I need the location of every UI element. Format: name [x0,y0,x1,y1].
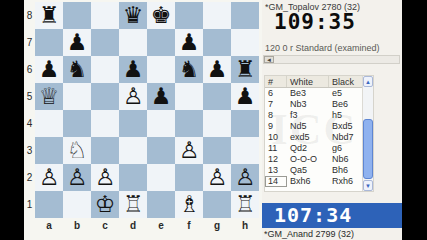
square-d3[interactable] [119,137,147,164]
piece-black-knight: ♞ [179,56,200,82]
move-number: 6 [265,88,287,99]
piece-black-king: ♚ [151,2,172,28]
rank-label-7: 7 [24,29,35,56]
file-label-a: a [35,220,63,233]
square-d1[interactable]: ♖ [119,191,147,218]
square-c4[interactable] [91,110,119,137]
file-labels: abcdefgh [35,220,259,233]
piece-black-pawn: ♟ [179,29,200,55]
move-number: 12 [265,154,287,165]
square-c1[interactable]: ♔ [91,191,119,218]
move-row-10: 10exd5Nbd7 [265,132,373,143]
piece-white-queen: ♕ [39,83,60,109]
rank-label-8: 8 [24,2,35,29]
black-player-clock: 109:35 [274,10,356,34]
black-move[interactable]: Rxh6 [329,176,363,187]
chess-client-window: 87654321 ♜♛♚♟♟♟♞♟♞♟♜♕♙♟♟♘♙♙♙♙♙♙♔♖♗♖ abcd… [0,0,427,240]
square-d7[interactable] [119,29,147,56]
square-b1[interactable] [63,191,91,218]
square-b6[interactable]: ♞ [63,56,91,83]
square-e3[interactable] [147,137,175,164]
square-a6[interactable]: ♟ [35,56,63,83]
square-h8[interactable] [231,2,259,29]
file-label-g: g [203,220,231,233]
horizontal-scrollbar[interactable]: ◄ [263,55,400,64]
file-label-d: d [119,220,147,233]
white-move[interactable]: Nb3 [287,99,329,110]
square-e1[interactable] [147,191,175,218]
square-f4[interactable] [175,110,203,137]
piece-white-pawn: ♙ [67,164,88,190]
move-rows: 6Be3e57Nb3Be68f3h59Nd5Bxd510exd5Nbd711Qd… [265,88,373,187]
square-g8[interactable] [203,2,231,29]
file-label-c: c [91,220,119,233]
white-move[interactable]: Be3 [287,88,329,99]
rank-labels: 87654321 [24,2,35,218]
black-move[interactable]: Bxd5 [329,121,363,132]
game-panel: *GM_Topalov 2780 (32) 109:35 120 0 r Sta… [262,0,402,240]
square-f5[interactable] [175,83,203,110]
white-move[interactable]: Qa5 [287,165,329,176]
rank-label-2: 2 [24,164,35,191]
piece-white-pawn: ♙ [95,164,116,190]
move-row-14: 14Bxh6Rxh6 [265,176,373,187]
piece-white-knight: ♘ [67,137,88,163]
file-label-b: b [63,220,91,233]
scrollbar-thumb[interactable] [363,119,373,179]
active-clock-bar: 107:34 [262,203,402,228]
piece-white-pawn: ♙ [39,164,60,190]
square-c3[interactable] [91,137,119,164]
square-e7[interactable] [147,29,175,56]
piece-white-rook: ♖ [235,191,256,217]
black-move[interactable]: Bh6 [329,165,363,176]
piece-white-pawn: ♙ [235,164,256,190]
square-a2[interactable]: ♙ [35,164,63,191]
black-move[interactable]: e5 [329,88,363,99]
rank-label-1: 1 [24,191,35,218]
piece-white-pawn: ♙ [123,83,144,109]
move-row-8: 8f3h5 [265,110,373,121]
move-row-11: 11Qd2g6 [265,143,373,154]
rank-label-4: 4 [24,110,35,137]
square-c2[interactable]: ♙ [91,164,119,191]
black-move[interactable]: g6 [329,143,363,154]
square-d5[interactable]: ♙ [119,83,147,110]
move-number: 10 [265,132,287,143]
square-f3[interactable]: ♙ [175,137,203,164]
chess-board: ♜♛♚♟♟♟♞♟♞♟♜♕♙♟♟♘♙♙♙♙♙♙♔♖♗♖ [35,2,259,218]
square-d8[interactable]: ♛ [119,2,147,29]
move-number: 11 [265,143,287,154]
square-g1[interactable] [203,191,231,218]
white-move[interactable]: Bxh6 [287,176,329,187]
white-move[interactable]: f3 [287,110,329,121]
move-list-scrollbar[interactable]: ▲ ▼ [362,76,373,191]
square-a3[interactable] [35,137,63,164]
square-f8[interactable] [175,2,203,29]
black-move[interactable]: h5 [329,110,363,121]
header-white: White [287,76,329,87]
square-a5[interactable]: ♕ [35,83,63,110]
square-a7[interactable] [35,29,63,56]
piece-white-king: ♔ [95,191,116,217]
piece-black-rook: ♜ [39,2,60,28]
square-h7[interactable] [231,29,259,56]
square-g3[interactable] [203,137,231,164]
square-b7[interactable]: ♟ [63,29,91,56]
scroll-left-icon[interactable]: ◄ [264,56,274,63]
square-g6[interactable]: ♟ [203,56,231,83]
square-c7[interactable] [91,29,119,56]
square-g5[interactable] [203,83,231,110]
move-row-13: 13Qa5Bh6 [265,165,373,176]
square-c5[interactable] [91,83,119,110]
black-move[interactable]: Nb6 [329,154,363,165]
black-move[interactable]: Nbd7 [329,132,363,143]
white-move[interactable]: O-O-O [287,154,329,165]
white-move[interactable]: exd5 [287,132,329,143]
piece-black-pawn: ♟ [235,83,256,109]
rank-label-6: 6 [24,56,35,83]
square-h2[interactable]: ♙ [231,164,259,191]
square-g2[interactable]: ♙ [203,164,231,191]
square-e4[interactable] [147,110,175,137]
move-row-12: 12O-O-ONb6 [265,154,373,165]
square-c8[interactable] [91,2,119,29]
move-row-9: 9Nd5Bxd5 [265,121,373,132]
move-number: 14 [265,176,287,187]
square-b8[interactable] [63,2,91,29]
square-b3[interactable]: ♘ [63,137,91,164]
header-move-number: # [265,76,287,87]
piece-white-pawn: ♙ [179,137,200,163]
square-b2[interactable]: ♙ [63,164,91,191]
white-player-label: *GM_Anand 2799 (32) [264,229,354,239]
rank-label-5: 5 [24,83,35,110]
square-e8[interactable]: ♚ [147,2,175,29]
square-g7[interactable] [203,29,231,56]
square-e5[interactable]: ♟ [147,83,175,110]
square-f2[interactable] [175,164,203,191]
board-pane: 87654321 ♜♛♚♟♟♟♞♟♞♟♜♕♙♟♟♘♙♙♙♙♙♙♔♖♗♖ abcd… [24,0,262,240]
move-number: 9 [265,121,287,132]
piece-white-rook: ♖ [123,191,144,217]
square-d6[interactable]: ♟ [119,56,147,83]
rank-label-3: 3 [24,137,35,164]
square-c6[interactable] [91,56,119,83]
square-d4[interactable] [119,110,147,137]
white-move[interactable]: Nd5 [287,121,329,132]
game-info-line: 120 0 r Standard (examined) [265,43,380,53]
white-player-clock: 107:34 [262,203,402,228]
square-e2[interactable] [147,164,175,191]
file-label-h: h [231,220,259,233]
move-number: 7 [265,99,287,110]
square-h3[interactable] [231,137,259,164]
scroll-down-icon[interactable]: ▼ [363,180,373,191]
square-f1[interactable]: ♗ [175,191,203,218]
square-b5[interactable] [63,83,91,110]
move-list: # White Black 6Be3e57Nb3Be68f3h59Nd5Bxd5… [264,75,374,192]
square-f7[interactable]: ♟ [175,29,203,56]
move-row-7: 7Nb3Be6 [265,99,373,110]
piece-black-pawn: ♟ [151,83,172,109]
square-h5[interactable]: ♟ [231,83,259,110]
square-h6[interactable]: ♜ [231,56,259,83]
piece-white-bishop: ♗ [179,191,200,217]
move-number: 8 [265,110,287,121]
square-d2[interactable] [119,164,147,191]
square-b4[interactable] [63,110,91,137]
piece-black-rook: ♜ [235,56,256,82]
piece-black-pawn: ♟ [123,56,144,82]
square-f6[interactable]: ♞ [175,56,203,83]
move-row-6: 6Be3e5 [265,88,373,99]
move-number: 13 [265,165,287,176]
file-label-f: f [175,220,203,233]
piece-white-pawn: ♙ [207,164,228,190]
square-a4[interactable] [35,110,63,137]
black-move[interactable]: Be6 [329,99,363,110]
file-label-e: e [147,220,175,233]
piece-black-knight: ♞ [67,56,88,82]
move-list-header: # White Black [265,76,373,88]
square-h1[interactable]: ♖ [231,191,259,218]
white-move[interactable]: Qd2 [287,143,329,154]
square-a8[interactable]: ♜ [35,2,63,29]
header-black: Black [329,76,363,87]
square-h4[interactable] [231,110,259,137]
piece-black-pawn: ♟ [67,29,88,55]
piece-black-pawn: ♟ [207,56,228,82]
square-e6[interactable] [147,56,175,83]
square-a1[interactable] [35,191,63,218]
square-g4[interactable] [203,110,231,137]
scroll-up-icon[interactable]: ▲ [363,76,373,87]
piece-black-pawn: ♟ [39,56,60,82]
piece-black-queen: ♛ [123,2,144,28]
